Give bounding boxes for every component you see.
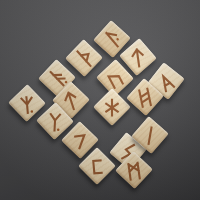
tiwaz-rune-icon [125,44,151,70]
mannaz-rune-icon [121,157,147,183]
rune-tile-hagall[interactable] [93,88,131,126]
perthro-rune-icon [85,154,110,179]
yr-rune-icon [43,109,67,133]
uruz-rune-icon [99,62,130,93]
rune-tiles-photo [0,0,200,200]
isa-rune-icon [137,122,164,149]
kenaz-rune-icon [68,128,92,152]
thurisaz-rune-icon [68,42,100,74]
algiz-rune-icon [15,91,40,116]
hagalaz-rune-icon [131,83,158,110]
hagall-rune-icon [101,96,124,119]
